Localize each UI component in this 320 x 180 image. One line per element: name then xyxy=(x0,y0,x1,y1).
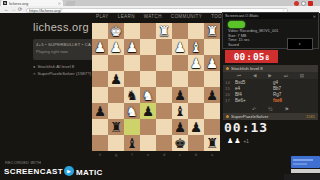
user-icon: ○ xyxy=(33,71,35,76)
engine-icon: ● xyxy=(33,64,35,69)
white-player-row[interactable]: ● Stockfish AI level 8 xyxy=(33,63,94,70)
online-dot-icon xyxy=(226,67,229,70)
square-e6[interactable]: ♟ xyxy=(140,103,156,119)
nav-play[interactable]: PLAY xyxy=(96,14,109,19)
square-g2[interactable]: ♟ xyxy=(108,39,124,55)
square-c2[interactable]: ♟ xyxy=(172,39,188,55)
forward-button[interactable]: → xyxy=(11,7,16,12)
square-c7[interactable]: ♟ xyxy=(172,119,188,135)
recorder-info-line: Video: Recording_MOV1_001 xyxy=(228,29,278,34)
square-e5[interactable]: ♞ xyxy=(140,87,156,103)
move-san[interactable]: Bb7 xyxy=(273,86,311,91)
square-a7[interactable] xyxy=(204,119,220,135)
material-score: +1 xyxy=(244,139,249,144)
white-rook: ♜ xyxy=(156,23,172,39)
black-pawn: ♟ xyxy=(108,71,124,87)
square-g3[interactable] xyxy=(108,55,124,71)
square-b2[interactable]: ♝ xyxy=(188,39,204,55)
move-row: 15e4Bb7 xyxy=(225,86,316,92)
white-player-name: Stockfish AI level 8 xyxy=(37,64,74,69)
move-san[interactable]: Bxd5 xyxy=(235,80,273,85)
black-player-name: SuperPuzzleSolver (1587?) xyxy=(37,71,91,76)
chess-board: ♚♜♜♟♟♟♟♝♟♟♟♞♞♟♟♟♞♟♝♜♟♟♝♚♜ xyxy=(92,23,220,151)
square-b1[interactable] xyxy=(188,23,204,39)
lichess-favicon-icon: ♞ xyxy=(3,1,7,5)
square-e2[interactable] xyxy=(140,39,156,55)
square-g1[interactable]: ♚ xyxy=(108,23,124,39)
taskbar-corner xyxy=(284,174,320,180)
move-number: 17 xyxy=(225,98,235,103)
notification-line xyxy=(293,159,313,161)
square-f2[interactable]: ♟ xyxy=(124,39,140,55)
black-pawn: ♟ xyxy=(172,119,188,135)
move-row: 14Bxd5g4 xyxy=(225,80,316,86)
nav-community[interactable]: COMMUNITY xyxy=(171,14,202,19)
black-rook: ♜ xyxy=(204,135,220,151)
game-status-text: Playing right now xyxy=(36,49,91,54)
opponent-name: Stockfish level 8 xyxy=(231,66,315,71)
tab-title: lichess.org xyxy=(9,1,57,6)
player-clock: 00:13 xyxy=(224,120,268,135)
square-h8[interactable] xyxy=(92,135,108,151)
square-c5[interactable]: ♟ xyxy=(172,87,188,103)
square-g6[interactable] xyxy=(108,103,124,119)
site-nav: PLAYLEARNWATCHCOMMUNITYTOOLS xyxy=(96,13,228,19)
white-knight: ♞ xyxy=(140,87,156,103)
resign-flag-icon[interactable]: ⚑ xyxy=(284,106,288,112)
square-b7[interactable]: ♟ xyxy=(188,119,204,135)
white-pawn: ♟ xyxy=(188,55,204,71)
white-king: ♚ xyxy=(108,23,124,39)
move-nav-icon-3[interactable]: ⏭ xyxy=(284,73,288,78)
notification-line xyxy=(293,163,307,165)
watermark-matic: MATIC xyxy=(76,168,103,177)
square-d3[interactable] xyxy=(156,55,172,71)
square-d1[interactable]: ♜ xyxy=(156,23,172,39)
draw-icon[interactable]: ½ xyxy=(268,106,272,112)
watermark-recorded-with: RECORDED WITH xyxy=(5,161,41,165)
saved-label: Saved xyxy=(228,43,239,47)
square-h7[interactable] xyxy=(92,119,108,135)
move-row: 16Bf4Rg7 xyxy=(225,92,316,98)
opponent-bar[interactable]: Stockfish level 8 xyxy=(223,65,318,72)
back-button[interactable]: ← xyxy=(4,7,9,12)
move-san[interactable]: e4 xyxy=(235,86,273,91)
square-g5[interactable] xyxy=(108,87,124,103)
notification-strip xyxy=(291,169,320,173)
square-e1[interactable] xyxy=(140,23,156,39)
opponent-clock-tenths: 8 xyxy=(265,54,269,62)
square-b3[interactable]: ♟ xyxy=(188,55,204,71)
notification-popup[interactable] xyxy=(291,156,320,168)
black-pawn: ♟ xyxy=(140,103,156,119)
opponent-clock-seconds: 05 xyxy=(253,51,264,62)
captured-pieces: ♟♟+1 xyxy=(227,137,249,145)
square-f4[interactable] xyxy=(124,71,140,87)
move-nav-controls: ⏮◀▶⏭▤ xyxy=(223,72,318,79)
recorder-titlebar[interactable]: Screencast-O-Matic ✕ xyxy=(223,13,318,19)
move-list: 14Bxd5g415e4Bb716Bf4Rg717Be6+fxe6 xyxy=(223,79,318,104)
move-nav-icon-2[interactable]: ▶ xyxy=(268,73,271,78)
recorder-popup: Screencast-O-Matic ✕ Video: Recording_MO… xyxy=(222,12,319,49)
player-list: ● Stockfish AI level 8 ○ SuperPuzzleSolv… xyxy=(33,63,94,77)
move-san[interactable]: Bf4 xyxy=(235,92,273,97)
square-d4[interactable] xyxy=(156,71,172,87)
black-pawn: ♟ xyxy=(92,103,108,119)
player-name: SuperPuzzleSolver xyxy=(231,114,306,119)
game-info-box: 4+5 • SUPERBULLET • CASUAL Playing right… xyxy=(33,39,94,60)
reload-button[interactable]: ⟳ xyxy=(18,7,22,12)
square-c8[interactable]: ♚ xyxy=(172,135,188,151)
black-bishop: ♝ xyxy=(172,103,188,119)
captured-pawn-icon: ♟ xyxy=(234,137,240,145)
board-coordinates: hgfedcba xyxy=(92,152,220,157)
move-nav-icon-1[interactable]: ◀ xyxy=(253,73,256,78)
square-d8[interactable] xyxy=(156,135,172,151)
square-f7[interactable] xyxy=(124,119,140,135)
square-e3[interactable] xyxy=(140,55,156,71)
square-a5[interactable]: ♟ xyxy=(204,87,220,103)
square-g7[interactable]: ♜ xyxy=(108,119,124,135)
file-label-g: g xyxy=(108,152,124,157)
record-button[interactable] xyxy=(228,21,245,28)
black-pawn: ♟ xyxy=(188,119,204,135)
screen: ♞ lichess.org ✕ ← → ⟳ https://lichess.or… xyxy=(0,0,320,180)
square-h1[interactable] xyxy=(92,23,108,39)
online-dot-icon xyxy=(226,115,229,118)
square-c6[interactable]: ♝ xyxy=(172,103,188,119)
square-a8[interactable]: ♜ xyxy=(204,135,220,151)
black-pawn: ♟ xyxy=(172,87,188,103)
opponent-clock-minutes: 00 xyxy=(234,51,245,62)
recorder-saved-row: Saved ▸ xyxy=(228,43,316,47)
recorder-title: Screencast-O-Matic xyxy=(225,14,313,18)
square-g8[interactable] xyxy=(108,135,124,151)
square-g4[interactable]: ♟ xyxy=(108,71,124,87)
file-label-f: f xyxy=(124,152,140,157)
black-pawn: ♟ xyxy=(204,87,220,103)
file-label-b: b xyxy=(188,152,204,157)
white-knight: ♞ xyxy=(124,103,140,119)
square-h4[interactable] xyxy=(92,71,108,87)
takeback-icon[interactable]: ↶ xyxy=(252,106,256,112)
game-action-buttons: ↶½⚑ xyxy=(223,104,318,113)
square-f8[interactable]: ♝ xyxy=(124,135,140,151)
nav-watch[interactable]: WATCH xyxy=(144,14,162,19)
move-san[interactable]: Be6+ xyxy=(235,98,273,103)
square-e8[interactable] xyxy=(140,135,156,151)
square-c1[interactable] xyxy=(172,23,188,39)
square-a4[interactable] xyxy=(204,71,220,87)
square-a3[interactable]: ♟ xyxy=(204,55,220,71)
square-b6[interactable] xyxy=(188,103,204,119)
move-nav-icon-4[interactable]: ▤ xyxy=(300,73,304,78)
watermark-screencast: SCREENCAST xyxy=(4,167,63,176)
opponent-clock: 00 : 05 8 xyxy=(225,50,278,63)
square-e7[interactable] xyxy=(140,119,156,135)
white-pawn: ♟ xyxy=(92,39,108,55)
move-panel: Stockfish level 8 ⏮◀▶⏭▤ 14Bxd5g415e4Bb71… xyxy=(223,65,318,120)
recorder-info: Video: Recording_MOV1_001Size: 7 MBTime:… xyxy=(228,29,278,43)
black-bishop: ♝ xyxy=(124,135,140,151)
move-nav-icon-0[interactable]: ⏮ xyxy=(237,73,241,78)
captured-pawn-icon: ♟ xyxy=(227,137,233,145)
square-a6[interactable] xyxy=(204,103,220,119)
square-d6[interactable] xyxy=(156,103,172,119)
nav-learn[interactable]: LEARN xyxy=(118,14,135,19)
white-pawn: ♟ xyxy=(204,55,220,71)
player-rating: 1581 xyxy=(306,114,315,119)
square-c4[interactable] xyxy=(172,71,188,87)
square-b4[interactable] xyxy=(188,71,204,87)
recorder-close-icon[interactable]: ✕ xyxy=(313,14,316,19)
move-san[interactable]: g4 xyxy=(273,80,311,85)
file-label-c: c xyxy=(172,152,188,157)
square-f6[interactable]: ♞ xyxy=(124,103,140,119)
white-bishop: ♝ xyxy=(188,39,204,55)
white-pawn: ♟ xyxy=(124,39,140,55)
square-a2[interactable] xyxy=(204,39,220,55)
black-knight: ♞ xyxy=(124,87,140,103)
move-row: 17Be6+fxe6 xyxy=(225,97,316,103)
black-rook: ♜ xyxy=(108,119,124,135)
move-number: 14 xyxy=(225,80,235,85)
white-pawn: ♟ xyxy=(172,39,188,55)
square-f5[interactable]: ♞ xyxy=(124,87,140,103)
black-player-row[interactable]: ○ SuperPuzzleSolver (1587?) xyxy=(33,70,94,77)
site-logo[interactable]: lichess.org xyxy=(33,21,89,33)
black-king: ♚ xyxy=(172,135,188,151)
move-number: 15 xyxy=(225,86,235,91)
square-d7[interactable] xyxy=(156,119,172,135)
square-f3[interactable] xyxy=(124,55,140,71)
move-san[interactable]: fxe6 xyxy=(273,98,311,103)
square-c3[interactable] xyxy=(172,55,188,71)
square-e4[interactable] xyxy=(140,71,156,87)
file-label-a: a xyxy=(204,152,220,157)
square-h5[interactable] xyxy=(92,87,108,103)
screencastomatic-logo-icon: ▶ xyxy=(64,166,74,176)
clock-separator: : xyxy=(246,51,252,62)
video-preview[interactable]: ▸ xyxy=(287,38,313,50)
square-d5[interactable] xyxy=(156,87,172,103)
square-h6[interactable]: ♟ xyxy=(92,103,108,119)
square-d2[interactable] xyxy=(156,39,172,55)
square-f1[interactable] xyxy=(124,23,140,39)
move-san[interactable]: Rg7 xyxy=(273,92,311,97)
game-setup-text: 4+5 • SUPERBULLET • CASUAL xyxy=(36,42,91,47)
white-pawn: ♟ xyxy=(108,39,124,55)
square-b8[interactable] xyxy=(188,135,204,151)
square-b5[interactable] xyxy=(188,87,204,103)
square-h3[interactable] xyxy=(92,55,108,71)
square-h2[interactable]: ♟ xyxy=(92,39,108,55)
file-label-d: d xyxy=(156,152,172,157)
file-label-h: h xyxy=(92,152,108,157)
white-rook: ♜ xyxy=(204,23,220,39)
tab-close-icon[interactable]: ✕ xyxy=(58,1,61,6)
square-a1[interactable]: ♜ xyxy=(204,23,220,39)
file-label-e: e xyxy=(140,152,156,157)
move-number: 16 xyxy=(225,92,235,97)
